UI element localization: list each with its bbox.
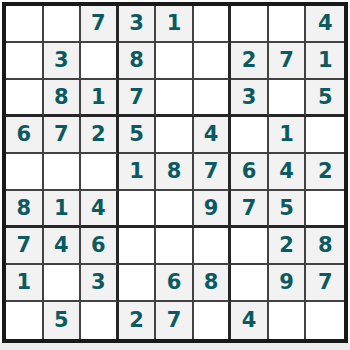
cell-r4c3[interactable]: 2 [81, 117, 119, 154]
cell-r4c7[interactable] [231, 117, 269, 154]
cell-r1c1[interactable] [6, 6, 44, 43]
cell-r1c6[interactable] [194, 6, 232, 43]
cell-r3c1[interactable] [6, 80, 44, 117]
cell-r2c8[interactable]: 7 [269, 43, 307, 80]
cell-r2c2[interactable]: 3 [44, 43, 82, 80]
page-bottom-strip [0, 343, 350, 350]
cell-r3c8[interactable] [269, 80, 307, 117]
cell-r8c2[interactable] [44, 265, 82, 302]
cell-r4c1[interactable]: 6 [6, 117, 44, 154]
cell-r9c8[interactable] [269, 302, 307, 339]
cell-r4c5[interactable] [156, 117, 194, 154]
cell-r5c6[interactable]: 7 [194, 154, 232, 191]
cell-r1c4[interactable]: 3 [119, 6, 157, 43]
cell-r5c9[interactable]: 2 [306, 154, 344, 191]
cell-r2c4[interactable]: 8 [119, 43, 157, 80]
cell-r6c3[interactable]: 4 [81, 191, 119, 228]
cell-r6c9[interactable] [306, 191, 344, 228]
cell-r1c8[interactable] [269, 6, 307, 43]
cell-r6c2[interactable]: 1 [44, 191, 82, 228]
cell-r9c4[interactable]: 2 [119, 302, 157, 339]
cell-r7c7[interactable] [231, 228, 269, 265]
cell-r9c9[interactable] [306, 302, 344, 339]
cell-r2c7[interactable]: 2 [231, 43, 269, 80]
cell-r3c7[interactable]: 3 [231, 80, 269, 117]
cell-r6c4[interactable] [119, 191, 157, 228]
cell-r6c7[interactable]: 7 [231, 191, 269, 228]
cell-r5c5[interactable]: 8 [156, 154, 194, 191]
cell-r3c9[interactable]: 5 [306, 80, 344, 117]
cell-r9c5[interactable]: 7 [156, 302, 194, 339]
cell-r7c8[interactable]: 2 [269, 228, 307, 265]
cell-r1c9[interactable]: 4 [306, 6, 344, 43]
cell-r9c2[interactable]: 5 [44, 302, 82, 339]
cell-r5c2[interactable] [44, 154, 82, 191]
cell-r9c7[interactable]: 4 [231, 302, 269, 339]
cell-r1c5[interactable]: 1 [156, 6, 194, 43]
cell-r6c5[interactable] [156, 191, 194, 228]
cell-r9c6[interactable] [194, 302, 232, 339]
cell-r4c8[interactable]: 1 [269, 117, 307, 154]
cell-r7c5[interactable] [156, 228, 194, 265]
cell-r8c8[interactable]: 9 [269, 265, 307, 302]
cell-r8c6[interactable]: 8 [194, 265, 232, 302]
sudoku-page: 7314382718173567254118764281497574628136… [0, 0, 350, 350]
cell-r7c9[interactable]: 8 [306, 228, 344, 265]
cell-r5c1[interactable] [6, 154, 44, 191]
cell-r8c4[interactable] [119, 265, 157, 302]
cell-r4c9[interactable] [306, 117, 344, 154]
cell-r3c4[interactable]: 7 [119, 80, 157, 117]
cell-r1c7[interactable] [231, 6, 269, 43]
cell-r3c3[interactable]: 1 [81, 80, 119, 117]
cell-r6c1[interactable]: 8 [6, 191, 44, 228]
cell-r5c8[interactable]: 4 [269, 154, 307, 191]
cell-r7c3[interactable]: 6 [81, 228, 119, 265]
cell-r1c3[interactable]: 7 [81, 6, 119, 43]
cell-r2c1[interactable] [6, 43, 44, 80]
cell-r3c5[interactable] [156, 80, 194, 117]
cell-r6c6[interactable]: 9 [194, 191, 232, 228]
cell-r5c3[interactable] [81, 154, 119, 191]
cell-r7c6[interactable] [194, 228, 232, 265]
cell-r8c1[interactable]: 1 [6, 265, 44, 302]
cell-r8c3[interactable]: 3 [81, 265, 119, 302]
cell-r2c5[interactable] [156, 43, 194, 80]
cell-r5c7[interactable]: 6 [231, 154, 269, 191]
cell-r2c6[interactable] [194, 43, 232, 80]
cell-r1c2[interactable] [44, 6, 82, 43]
cell-r2c9[interactable]: 1 [306, 43, 344, 80]
cell-r4c4[interactable]: 5 [119, 117, 157, 154]
cell-r7c4[interactable] [119, 228, 157, 265]
cell-r5c4[interactable]: 1 [119, 154, 157, 191]
sudoku-board: 7314382718173567254118764281497574628136… [2, 2, 348, 343]
cell-r9c1[interactable] [6, 302, 44, 339]
cell-r2c3[interactable] [81, 43, 119, 80]
cell-r3c2[interactable]: 8 [44, 80, 82, 117]
cell-r4c6[interactable]: 4 [194, 117, 232, 154]
cell-r8c9[interactable]: 7 [306, 265, 344, 302]
cell-r8c5[interactable]: 6 [156, 265, 194, 302]
cell-r7c1[interactable]: 7 [6, 228, 44, 265]
cell-r3c6[interactable] [194, 80, 232, 117]
cell-r4c2[interactable]: 7 [44, 117, 82, 154]
cell-r8c7[interactable] [231, 265, 269, 302]
cell-r7c2[interactable]: 4 [44, 228, 82, 265]
cell-r9c3[interactable] [81, 302, 119, 339]
cell-r6c8[interactable]: 5 [269, 191, 307, 228]
